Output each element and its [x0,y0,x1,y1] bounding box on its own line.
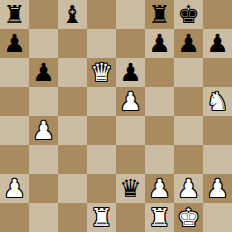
square-b6[interactable]: ♟ [29,58,58,87]
square-a4[interactable] [0,116,29,145]
square-b8[interactable] [29,0,58,29]
black-bishop: ♝ [61,0,83,29]
white-pawn: ♟ [206,174,228,203]
black-pawn: ♟ [32,58,54,87]
square-h5[interactable]: ♞ [203,87,232,116]
square-e1[interactable] [116,203,145,232]
white-pawn: ♟ [119,87,141,116]
square-c1[interactable] [58,203,87,232]
square-d2[interactable] [87,174,116,203]
square-e2[interactable]: ♛ [116,174,145,203]
square-d4[interactable] [87,116,116,145]
square-e6[interactable]: ♟ [116,58,145,87]
square-d5[interactable] [87,87,116,116]
square-b3[interactable] [29,145,58,174]
square-b4[interactable]: ♟ [29,116,58,145]
square-e4[interactable] [116,116,145,145]
white-rook: ♜ [90,203,112,232]
square-d3[interactable] [87,145,116,174]
square-g3[interactable] [174,145,203,174]
square-h1[interactable] [203,203,232,232]
square-h2[interactable]: ♟ [203,174,232,203]
square-b7[interactable] [29,29,58,58]
square-a1[interactable] [0,203,29,232]
square-d7[interactable] [87,29,116,58]
square-h6[interactable] [203,58,232,87]
square-f4[interactable] [145,116,174,145]
square-b2[interactable] [29,174,58,203]
square-h4[interactable] [203,116,232,145]
square-f1[interactable]: ♜ [145,203,174,232]
white-king: ♚ [177,203,199,232]
square-c4[interactable] [58,116,87,145]
square-d8[interactable] [87,0,116,29]
square-f2[interactable]: ♟ [145,174,174,203]
black-rook: ♜ [3,0,25,29]
white-pawn: ♟ [3,174,25,203]
square-f7[interactable]: ♟ [145,29,174,58]
square-c8[interactable]: ♝ [58,0,87,29]
square-f5[interactable] [145,87,174,116]
white-queen: ♛ [90,58,112,87]
square-e7[interactable] [116,29,145,58]
square-f6[interactable] [145,58,174,87]
square-a2[interactable]: ♟ [0,174,29,203]
black-rook: ♜ [148,0,170,29]
square-a8[interactable]: ♜ [0,0,29,29]
square-h3[interactable] [203,145,232,174]
square-e3[interactable] [116,145,145,174]
square-d1[interactable]: ♜ [87,203,116,232]
square-b5[interactable] [29,87,58,116]
square-g1[interactable]: ♚ [174,203,203,232]
square-g8[interactable]: ♚ [174,0,203,29]
white-rook: ♜ [148,203,170,232]
square-c7[interactable] [58,29,87,58]
square-a5[interactable] [0,87,29,116]
square-g4[interactable] [174,116,203,145]
square-e5[interactable]: ♟ [116,87,145,116]
square-g5[interactable] [174,87,203,116]
square-h7[interactable]: ♟ [203,29,232,58]
black-pawn: ♟ [148,29,170,58]
square-g6[interactable] [174,58,203,87]
square-c2[interactable] [58,174,87,203]
square-c3[interactable] [58,145,87,174]
black-pawn: ♟ [206,29,228,58]
square-e8[interactable] [116,0,145,29]
black-king: ♚ [177,0,199,29]
square-g2[interactable]: ♟ [174,174,203,203]
white-pawn: ♟ [32,116,54,145]
square-f8[interactable]: ♜ [145,0,174,29]
square-h8[interactable] [203,0,232,29]
square-c5[interactable] [58,87,87,116]
white-pawn: ♟ [177,174,199,203]
square-f3[interactable] [145,145,174,174]
square-b1[interactable] [29,203,58,232]
chess-board: ♜♝♜♚♟♟♟♟♟♛♟♟♞♟♟♛♟♟♟♜♜♚ [0,0,232,232]
white-pawn: ♟ [148,174,170,203]
square-g7[interactable]: ♟ [174,29,203,58]
square-c6[interactable] [58,58,87,87]
black-pawn: ♟ [177,29,199,58]
black-pawn: ♟ [3,29,25,58]
square-a7[interactable]: ♟ [0,29,29,58]
white-knight: ♞ [206,87,228,116]
square-a3[interactable] [0,145,29,174]
square-d6[interactable]: ♛ [87,58,116,87]
black-pawn: ♟ [119,58,141,87]
square-a6[interactable] [0,58,29,87]
black-queen: ♛ [119,174,141,203]
